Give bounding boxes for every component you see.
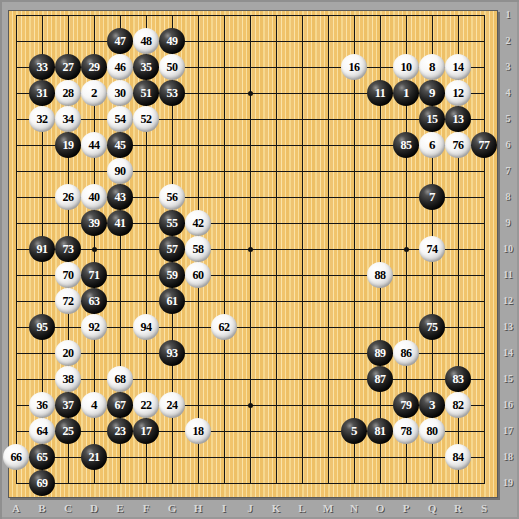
col-label-B: B bbox=[34, 501, 50, 515]
star-point bbox=[248, 403, 253, 408]
move-number: 50 bbox=[167, 59, 178, 74]
move-number: 55 bbox=[167, 215, 178, 230]
move-number: 54 bbox=[115, 111, 126, 126]
white-stone-72: 72 bbox=[55, 288, 81, 314]
move-number: 52 bbox=[141, 111, 152, 126]
white-stone-94: 94 bbox=[133, 314, 159, 340]
move-number: 95 bbox=[37, 319, 48, 334]
move-number: 91 bbox=[37, 241, 48, 256]
black-stone-73: 73 bbox=[55, 236, 81, 262]
col-label-P: P bbox=[398, 501, 414, 515]
white-stone-82: 82 bbox=[445, 392, 471, 418]
black-stone-41: 41 bbox=[107, 210, 133, 236]
move-number: 43 bbox=[115, 189, 126, 204]
move-number: 27 bbox=[63, 59, 74, 74]
black-stone-51: 51 bbox=[133, 80, 159, 106]
black-stone-17: 17 bbox=[133, 418, 159, 444]
move-number: 36 bbox=[37, 397, 48, 412]
move-number: 12 bbox=[453, 85, 464, 100]
white-stone-66: 66 bbox=[3, 444, 29, 470]
move-number: 19 bbox=[63, 137, 74, 152]
move-number: 35 bbox=[141, 59, 152, 74]
row-label-1: 1 bbox=[499, 8, 517, 22]
move-number: 58 bbox=[193, 241, 204, 256]
move-number: 84 bbox=[453, 449, 464, 464]
move-number: 82 bbox=[453, 397, 464, 412]
row-label-6: 6 bbox=[499, 138, 517, 152]
star-point bbox=[248, 247, 253, 252]
col-label-F: F bbox=[138, 501, 154, 515]
move-number: 65 bbox=[37, 449, 48, 464]
move-number: 11 bbox=[375, 85, 385, 100]
row-label-18: 18 bbox=[499, 450, 517, 464]
row-label-12: 12 bbox=[499, 294, 517, 308]
black-stone-95: 95 bbox=[29, 314, 55, 340]
move-number: 31 bbox=[37, 85, 48, 100]
col-label-K: K bbox=[268, 501, 284, 515]
row-label-16: 16 bbox=[499, 398, 517, 412]
white-stone-22: 22 bbox=[133, 392, 159, 418]
move-number: 89 bbox=[375, 345, 386, 360]
row-label-9: 9 bbox=[499, 216, 517, 230]
black-stone-89: 89 bbox=[367, 340, 393, 366]
move-number: 26 bbox=[63, 189, 74, 204]
move-number: 32 bbox=[37, 111, 48, 126]
move-number: 14 bbox=[453, 59, 464, 74]
white-stone-76: 76 bbox=[445, 132, 471, 158]
white-stone-26: 26 bbox=[55, 184, 81, 210]
white-stone-50: 50 bbox=[159, 54, 185, 80]
move-number: 74 bbox=[427, 241, 438, 256]
move-number: 5 bbox=[351, 423, 357, 439]
move-number: 39 bbox=[89, 215, 100, 230]
black-stone-83: 83 bbox=[445, 366, 471, 392]
black-stone-35: 35 bbox=[133, 54, 159, 80]
move-number: 71 bbox=[89, 267, 100, 282]
move-number: 72 bbox=[63, 293, 74, 308]
white-stone-38: 38 bbox=[55, 366, 81, 392]
black-stone-81: 81 bbox=[367, 418, 393, 444]
black-stone-69: 69 bbox=[29, 470, 55, 496]
row-label-8: 8 bbox=[499, 190, 517, 204]
move-number: 87 bbox=[375, 371, 386, 386]
white-stone-20: 20 bbox=[55, 340, 81, 366]
white-stone-80: 80 bbox=[419, 418, 445, 444]
move-number: 49 bbox=[167, 33, 178, 48]
move-number: 15 bbox=[427, 111, 438, 126]
move-number: 44 bbox=[89, 137, 100, 152]
move-number: 63 bbox=[89, 293, 100, 308]
black-stone-45: 45 bbox=[107, 132, 133, 158]
white-stone-84: 84 bbox=[445, 444, 471, 470]
row-label-7: 7 bbox=[499, 164, 517, 178]
black-stone-75: 75 bbox=[419, 314, 445, 340]
move-number: 30 bbox=[115, 85, 126, 100]
white-stone-78: 78 bbox=[393, 418, 419, 444]
black-stone-77: 77 bbox=[471, 132, 497, 158]
black-stone-5: 5 bbox=[341, 418, 367, 444]
white-stone-44: 44 bbox=[81, 132, 107, 158]
black-stone-53: 53 bbox=[159, 80, 185, 106]
move-number: 20 bbox=[63, 345, 74, 360]
row-label-2: 2 bbox=[499, 34, 517, 48]
move-number: 60 bbox=[193, 267, 204, 282]
black-stone-57: 57 bbox=[159, 236, 185, 262]
white-stone-60: 60 bbox=[185, 262, 211, 288]
move-number: 59 bbox=[167, 267, 178, 282]
col-label-Q: Q bbox=[424, 501, 440, 515]
black-stone-67: 67 bbox=[107, 392, 133, 418]
grid-line-vertical bbox=[276, 15, 277, 484]
white-stone-62: 62 bbox=[211, 314, 237, 340]
black-stone-27: 27 bbox=[55, 54, 81, 80]
col-label-E: E bbox=[112, 501, 128, 515]
move-number: 23 bbox=[115, 423, 126, 438]
black-stone-43: 43 bbox=[107, 184, 133, 210]
move-number: 47 bbox=[115, 33, 126, 48]
move-number: 2 bbox=[91, 85, 97, 101]
move-number: 76 bbox=[453, 137, 464, 152]
white-stone-8: 8 bbox=[419, 54, 445, 80]
col-label-H: H bbox=[190, 501, 206, 515]
move-number: 78 bbox=[401, 423, 412, 438]
move-number: 38 bbox=[63, 371, 74, 386]
white-stone-14: 14 bbox=[445, 54, 471, 80]
black-stone-71: 71 bbox=[81, 262, 107, 288]
move-number: 85 bbox=[401, 137, 412, 152]
move-number: 75 bbox=[427, 319, 438, 334]
move-number: 90 bbox=[115, 163, 126, 178]
star-point bbox=[92, 247, 97, 252]
move-number: 68 bbox=[115, 371, 126, 386]
white-stone-30: 30 bbox=[107, 80, 133, 106]
move-number: 18 bbox=[193, 423, 204, 438]
white-stone-92: 92 bbox=[81, 314, 107, 340]
white-stone-64: 64 bbox=[29, 418, 55, 444]
black-stone-21: 21 bbox=[81, 444, 107, 470]
move-number: 56 bbox=[167, 189, 178, 204]
col-label-R: R bbox=[450, 501, 466, 515]
move-number: 64 bbox=[37, 423, 48, 438]
col-label-D: D bbox=[86, 501, 102, 515]
white-stone-54: 54 bbox=[107, 106, 133, 132]
move-number: 79 bbox=[401, 397, 412, 412]
black-stone-91: 91 bbox=[29, 236, 55, 262]
white-stone-68: 68 bbox=[107, 366, 133, 392]
black-stone-23: 23 bbox=[107, 418, 133, 444]
white-stone-12: 12 bbox=[445, 80, 471, 106]
row-label-5: 5 bbox=[499, 112, 517, 126]
white-stone-16: 16 bbox=[341, 54, 367, 80]
row-label-10: 10 bbox=[499, 242, 517, 256]
white-stone-86: 86 bbox=[393, 340, 419, 366]
move-number: 28 bbox=[63, 85, 74, 100]
move-number: 62 bbox=[219, 319, 230, 334]
grid-line-vertical bbox=[302, 15, 303, 484]
black-stone-15: 15 bbox=[419, 106, 445, 132]
move-number: 6 bbox=[429, 137, 435, 153]
black-stone-31: 31 bbox=[29, 80, 55, 106]
white-stone-24: 24 bbox=[159, 392, 185, 418]
move-number: 33 bbox=[37, 59, 48, 74]
row-label-17: 17 bbox=[499, 424, 517, 438]
move-number: 4 bbox=[91, 397, 97, 413]
move-number: 51 bbox=[141, 85, 152, 100]
white-stone-90: 90 bbox=[107, 158, 133, 184]
grid-line-vertical bbox=[328, 15, 329, 484]
move-number: 80 bbox=[427, 423, 438, 438]
black-stone-25: 25 bbox=[55, 418, 81, 444]
col-label-J: J bbox=[242, 501, 258, 515]
move-number: 73 bbox=[63, 241, 74, 256]
white-stone-6: 6 bbox=[419, 132, 445, 158]
move-number: 3 bbox=[429, 397, 435, 413]
white-stone-18: 18 bbox=[185, 418, 211, 444]
move-number: 61 bbox=[167, 293, 178, 308]
white-stone-40: 40 bbox=[81, 184, 107, 210]
col-label-I: I bbox=[216, 501, 232, 515]
black-stone-87: 87 bbox=[367, 366, 393, 392]
col-label-M: M bbox=[320, 501, 336, 515]
row-label-19: 19 bbox=[499, 476, 517, 490]
white-stone-70: 70 bbox=[55, 262, 81, 288]
move-number: 53 bbox=[167, 85, 178, 100]
grid-line-horizontal bbox=[16, 379, 485, 380]
white-stone-42: 42 bbox=[185, 210, 211, 236]
move-number: 86 bbox=[401, 345, 412, 360]
move-number: 16 bbox=[349, 59, 360, 74]
move-number: 42 bbox=[193, 215, 204, 230]
move-number: 83 bbox=[453, 371, 464, 386]
move-number: 1 bbox=[403, 85, 409, 101]
black-stone-33: 33 bbox=[29, 54, 55, 80]
black-stone-93: 93 bbox=[159, 340, 185, 366]
black-stone-59: 59 bbox=[159, 262, 185, 288]
col-label-N: N bbox=[346, 501, 362, 515]
col-label-G: G bbox=[164, 501, 180, 515]
move-number: 69 bbox=[37, 475, 48, 490]
move-number: 13 bbox=[453, 111, 464, 126]
black-stone-55: 55 bbox=[159, 210, 185, 236]
black-stone-7: 7 bbox=[419, 184, 445, 210]
grid-line-vertical bbox=[484, 15, 485, 484]
grid-line-vertical bbox=[354, 15, 355, 484]
black-stone-61: 61 bbox=[159, 288, 185, 314]
white-stone-4: 4 bbox=[81, 392, 107, 418]
black-stone-19: 19 bbox=[55, 132, 81, 158]
white-stone-2: 2 bbox=[81, 80, 107, 106]
move-number: 93 bbox=[167, 345, 178, 360]
move-number: 10 bbox=[401, 59, 412, 74]
col-label-L: L bbox=[294, 501, 310, 515]
star-point bbox=[248, 91, 253, 96]
move-number: 92 bbox=[89, 319, 100, 334]
black-stone-47: 47 bbox=[107, 28, 133, 54]
move-number: 45 bbox=[115, 137, 126, 152]
white-stone-52: 52 bbox=[133, 106, 159, 132]
white-stone-48: 48 bbox=[133, 28, 159, 54]
grid-line-horizontal bbox=[16, 483, 485, 484]
move-number: 29 bbox=[89, 59, 100, 74]
white-stone-56: 56 bbox=[159, 184, 185, 210]
move-number: 7 bbox=[429, 189, 435, 205]
white-stone-88: 88 bbox=[367, 262, 393, 288]
move-number: 24 bbox=[167, 397, 178, 412]
row-label-3: 3 bbox=[499, 60, 517, 74]
white-stone-58: 58 bbox=[185, 236, 211, 262]
black-stone-39: 39 bbox=[81, 210, 107, 236]
col-label-C: C bbox=[60, 501, 76, 515]
black-stone-65: 65 bbox=[29, 444, 55, 470]
move-number: 25 bbox=[63, 423, 74, 438]
row-label-11: 11 bbox=[499, 268, 517, 282]
white-stone-74: 74 bbox=[419, 236, 445, 262]
black-stone-1: 1 bbox=[393, 80, 419, 106]
move-number: 17 bbox=[141, 423, 152, 438]
white-stone-34: 34 bbox=[55, 106, 81, 132]
move-number: 40 bbox=[89, 189, 100, 204]
move-number: 94 bbox=[141, 319, 152, 334]
row-label-4: 4 bbox=[499, 86, 517, 100]
black-stone-3: 3 bbox=[419, 392, 445, 418]
black-stone-63: 63 bbox=[81, 288, 107, 314]
black-stone-85: 85 bbox=[393, 132, 419, 158]
col-label-O: O bbox=[372, 501, 388, 515]
move-number: 88 bbox=[375, 267, 386, 282]
white-stone-32: 32 bbox=[29, 106, 55, 132]
black-stone-13: 13 bbox=[445, 106, 471, 132]
black-stone-37: 37 bbox=[55, 392, 81, 418]
move-number: 70 bbox=[63, 267, 74, 282]
row-label-13: 13 bbox=[499, 320, 517, 334]
move-number: 41 bbox=[115, 215, 126, 230]
go-board[interactable]: 1234567891011121314151617181920212223242… bbox=[8, 10, 498, 498]
move-number: 46 bbox=[115, 59, 126, 74]
move-number: 66 bbox=[11, 449, 22, 464]
move-number: 9 bbox=[429, 85, 435, 101]
black-stone-11: 11 bbox=[367, 80, 393, 106]
black-stone-9: 9 bbox=[419, 80, 445, 106]
move-number: 81 bbox=[375, 423, 386, 438]
move-number: 67 bbox=[115, 397, 126, 412]
white-stone-28: 28 bbox=[55, 80, 81, 106]
move-number: 34 bbox=[63, 111, 74, 126]
row-label-14: 14 bbox=[499, 346, 517, 360]
move-number: 48 bbox=[141, 33, 152, 48]
move-number: 57 bbox=[167, 241, 178, 256]
black-stone-49: 49 bbox=[159, 28, 185, 54]
move-number: 21 bbox=[89, 449, 100, 464]
go-kifu-diagram: 1234567891011121314151617181920212223242… bbox=[0, 0, 519, 519]
white-stone-46: 46 bbox=[107, 54, 133, 80]
move-number: 22 bbox=[141, 397, 152, 412]
col-label-S: S bbox=[476, 501, 492, 515]
move-number: 8 bbox=[429, 59, 435, 75]
move-number: 37 bbox=[63, 397, 74, 412]
black-stone-79: 79 bbox=[393, 392, 419, 418]
col-label-A: A bbox=[8, 501, 24, 515]
white-stone-10: 10 bbox=[393, 54, 419, 80]
row-label-15: 15 bbox=[499, 372, 517, 386]
move-number: 77 bbox=[479, 137, 490, 152]
black-stone-29: 29 bbox=[81, 54, 107, 80]
star-point bbox=[404, 247, 409, 252]
white-stone-36: 36 bbox=[29, 392, 55, 418]
